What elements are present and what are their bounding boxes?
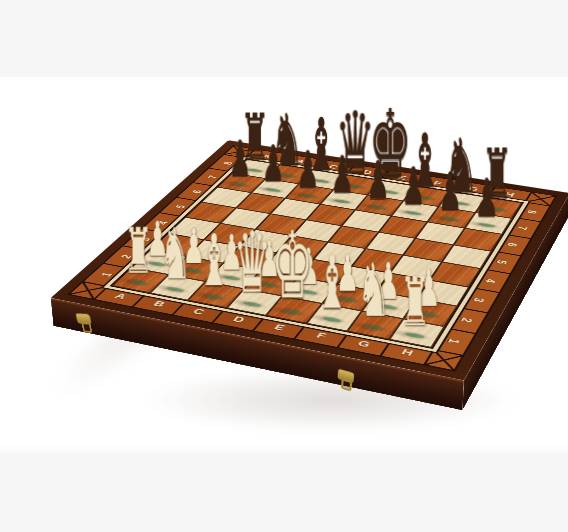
white-rook-icon: ♜ [371,268,460,335]
product-photo: ABCDEFGH ABCDEFGH 87654321 87654321 ♜♞♝♛… [0,0,568,532]
brass-clasp-icon [337,369,354,384]
black-pawn-icon: ♟ [448,172,525,225]
brass-clasp-icon [75,313,91,324]
